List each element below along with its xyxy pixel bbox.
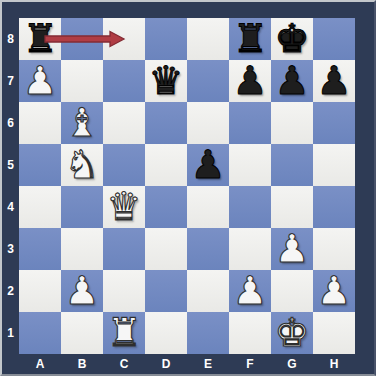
file-labels: ABCDEFGH: [19, 355, 355, 373]
square-b2[interactable]: ♟: [61, 270, 103, 312]
square-a6[interactable]: [19, 102, 61, 144]
rank-label-4: 4: [2, 186, 19, 228]
square-g1[interactable]: ♚: [271, 312, 313, 354]
square-a4[interactable]: [19, 186, 61, 228]
square-b5[interactable]: ♞: [61, 144, 103, 186]
square-e3[interactable]: [187, 228, 229, 270]
black-king[interactable]: ♚: [275, 18, 310, 60]
square-c6[interactable]: [103, 102, 145, 144]
square-d8[interactable]: [145, 18, 187, 60]
file-label-c: C: [103, 355, 145, 373]
square-e6[interactable]: [187, 102, 229, 144]
square-f3[interactable]: [229, 228, 271, 270]
file-label-f: F: [229, 355, 271, 373]
black-queen[interactable]: ♛: [149, 60, 184, 102]
square-d7[interactable]: ♛: [145, 60, 187, 102]
rank-labels: 87654321: [2, 18, 19, 354]
square-d5[interactable]: [145, 144, 187, 186]
square-a1[interactable]: [19, 312, 61, 354]
black-rook[interactable]: ♜: [233, 18, 268, 60]
black-pawn[interactable]: ♟: [275, 60, 310, 102]
square-c5[interactable]: [103, 144, 145, 186]
square-h7[interactable]: ♟: [313, 60, 355, 102]
square-e8[interactable]: [187, 18, 229, 60]
square-b4[interactable]: [61, 186, 103, 228]
square-b6[interactable]: ♝: [61, 102, 103, 144]
white-pawn[interactable]: ♟: [23, 60, 58, 102]
square-b1[interactable]: [61, 312, 103, 354]
square-c1[interactable]: ♜: [103, 312, 145, 354]
square-a3[interactable]: [19, 228, 61, 270]
white-queen[interactable]: ♛: [107, 186, 142, 228]
square-h2[interactable]: ♟: [313, 270, 355, 312]
square-c8[interactable]: [103, 18, 145, 60]
square-b8[interactable]: [61, 18, 103, 60]
square-c7[interactable]: [103, 60, 145, 102]
square-f1[interactable]: [229, 312, 271, 354]
white-king[interactable]: ♚: [275, 312, 310, 354]
rank-label-3: 3: [2, 228, 19, 270]
square-g3[interactable]: ♟: [271, 228, 313, 270]
rank-label-8: 8: [2, 18, 19, 60]
square-c3[interactable]: [103, 228, 145, 270]
chess-diagram: 87654321 ♜♜♚♟♛♟♟♟♝♞♟♛♟♟♟♟♜♚ ABCDEFGH: [0, 0, 376, 376]
white-pawn[interactable]: ♟: [317, 270, 352, 312]
square-h1[interactable]: [313, 312, 355, 354]
square-g5[interactable]: [271, 144, 313, 186]
file-label-d: D: [145, 355, 187, 373]
square-g2[interactable]: [271, 270, 313, 312]
black-rook[interactable]: ♜: [23, 18, 58, 60]
square-h6[interactable]: [313, 102, 355, 144]
square-a5[interactable]: [19, 144, 61, 186]
black-pawn[interactable]: ♟: [233, 60, 268, 102]
square-e2[interactable]: [187, 270, 229, 312]
square-d1[interactable]: [145, 312, 187, 354]
square-h8[interactable]: [313, 18, 355, 60]
white-pawn[interactable]: ♟: [65, 270, 100, 312]
file-label-a: A: [19, 355, 61, 373]
white-rook[interactable]: ♜: [107, 312, 142, 354]
rank-label-6: 6: [2, 102, 19, 144]
square-e7[interactable]: [187, 60, 229, 102]
chess-board[interactable]: ♜♜♚♟♛♟♟♟♝♞♟♛♟♟♟♟♜♚: [19, 18, 355, 354]
square-d2[interactable]: [145, 270, 187, 312]
square-g6[interactable]: [271, 102, 313, 144]
rank-label-5: 5: [2, 144, 19, 186]
square-g8[interactable]: ♚: [271, 18, 313, 60]
rank-label-7: 7: [2, 60, 19, 102]
square-e5[interactable]: ♟: [187, 144, 229, 186]
square-h3[interactable]: [313, 228, 355, 270]
square-g7[interactable]: ♟: [271, 60, 313, 102]
square-c4[interactable]: ♛: [103, 186, 145, 228]
square-f2[interactable]: ♟: [229, 270, 271, 312]
square-d6[interactable]: [145, 102, 187, 144]
square-f7[interactable]: ♟: [229, 60, 271, 102]
square-c2[interactable]: [103, 270, 145, 312]
file-label-b: B: [61, 355, 103, 373]
black-pawn[interactable]: ♟: [191, 144, 226, 186]
white-pawn[interactable]: ♟: [233, 270, 268, 312]
square-g4[interactable]: [271, 186, 313, 228]
square-e4[interactable]: [187, 186, 229, 228]
square-f4[interactable]: [229, 186, 271, 228]
square-d3[interactable]: [145, 228, 187, 270]
white-pawn[interactable]: ♟: [275, 228, 310, 270]
black-pawn[interactable]: ♟: [317, 60, 352, 102]
file-label-g: G: [271, 355, 313, 373]
rank-label-1: 1: [2, 312, 19, 354]
square-b3[interactable]: [61, 228, 103, 270]
square-h5[interactable]: [313, 144, 355, 186]
square-a8[interactable]: ♜: [19, 18, 61, 60]
square-b7[interactable]: [61, 60, 103, 102]
square-a7[interactable]: ♟: [19, 60, 61, 102]
square-a2[interactable]: [19, 270, 61, 312]
square-f5[interactable]: [229, 144, 271, 186]
rank-label-2: 2: [2, 270, 19, 312]
file-label-e: E: [187, 355, 229, 373]
square-f6[interactable]: [229, 102, 271, 144]
square-f8[interactable]: ♜: [229, 18, 271, 60]
square-e1[interactable]: [187, 312, 229, 354]
white-bishop[interactable]: ♝: [65, 102, 100, 144]
white-knight[interactable]: ♞: [65, 144, 100, 186]
file-label-h: H: [313, 355, 355, 373]
square-d4[interactable]: [145, 186, 187, 228]
square-h4[interactable]: [313, 186, 355, 228]
